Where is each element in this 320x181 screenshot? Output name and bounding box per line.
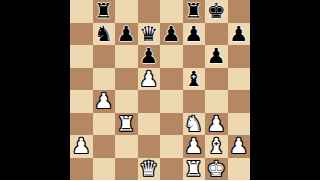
square-h8[interactable] — [228, 0, 251, 23]
square-a1[interactable] — [70, 158, 93, 181]
square-h7[interactable]: ♟ — [228, 23, 251, 46]
piece-black-rook: ♜ — [94, 0, 113, 23]
page-background: ♜♜♚♞♟♛♟♟♟♟♟♟♝♟♜♞♟♟♟♝♟♛♜♚ — [0, 0, 320, 180]
square-c8[interactable] — [115, 0, 138, 23]
square-h3[interactable] — [228, 113, 251, 136]
square-g4[interactable] — [205, 90, 228, 113]
piece-white-pawn: ♟ — [229, 135, 248, 158]
square-d5[interactable]: ♟ — [138, 68, 161, 91]
piece-white-pawn: ♟ — [184, 135, 203, 158]
square-a7[interactable] — [70, 23, 93, 46]
square-f6[interactable] — [183, 45, 206, 68]
square-b8[interactable]: ♜ — [93, 0, 116, 23]
square-d8[interactable] — [138, 0, 161, 23]
square-e8[interactable] — [160, 0, 183, 23]
square-a6[interactable] — [70, 45, 93, 68]
square-c2[interactable] — [115, 135, 138, 158]
square-d1[interactable]: ♛ — [138, 158, 161, 181]
piece-black-pawn: ♟ — [229, 23, 248, 46]
piece-white-knight: ♞ — [184, 113, 203, 136]
square-e2[interactable] — [160, 135, 183, 158]
piece-black-pawn: ♟ — [117, 23, 136, 46]
square-e1[interactable] — [160, 158, 183, 181]
square-c1[interactable] — [115, 158, 138, 181]
piece-black-king: ♚ — [207, 0, 226, 23]
square-d2[interactable] — [138, 135, 161, 158]
square-e4[interactable] — [160, 90, 183, 113]
square-e7[interactable]: ♟ — [160, 23, 183, 46]
square-a3[interactable] — [70, 113, 93, 136]
piece-white-pawn: ♟ — [207, 113, 226, 136]
piece-black-bishop: ♝ — [184, 68, 203, 91]
square-f3[interactable]: ♞ — [183, 113, 206, 136]
square-h1[interactable] — [228, 158, 251, 181]
square-c3[interactable]: ♜ — [115, 113, 138, 136]
square-d3[interactable] — [138, 113, 161, 136]
square-h2[interactable]: ♟ — [228, 135, 251, 158]
square-g5[interactable] — [205, 68, 228, 91]
square-d4[interactable] — [138, 90, 161, 113]
piece-black-pawn: ♟ — [184, 23, 203, 46]
square-b5[interactable] — [93, 68, 116, 91]
piece-black-pawn: ♟ — [139, 45, 158, 68]
square-a4[interactable] — [70, 90, 93, 113]
piece-white-rook: ♜ — [184, 158, 203, 181]
square-d7[interactable]: ♛ — [138, 23, 161, 46]
square-f1[interactable]: ♜ — [183, 158, 206, 181]
square-f4[interactable] — [183, 90, 206, 113]
piece-white-queen: ♛ — [139, 158, 158, 181]
square-b2[interactable] — [93, 135, 116, 158]
square-b7[interactable]: ♞ — [93, 23, 116, 46]
square-b3[interactable] — [93, 113, 116, 136]
square-g3[interactable]: ♟ — [205, 113, 228, 136]
square-c5[interactable] — [115, 68, 138, 91]
square-g7[interactable] — [205, 23, 228, 46]
square-f8[interactable]: ♜ — [183, 0, 206, 23]
square-d6[interactable]: ♟ — [138, 45, 161, 68]
piece-white-pawn: ♟ — [72, 135, 91, 158]
square-g6[interactable]: ♟ — [205, 45, 228, 68]
square-e6[interactable] — [160, 45, 183, 68]
square-f5[interactable]: ♝ — [183, 68, 206, 91]
square-e3[interactable] — [160, 113, 183, 136]
square-b6[interactable] — [93, 45, 116, 68]
square-h5[interactable] — [228, 68, 251, 91]
piece-black-knight: ♞ — [94, 23, 113, 46]
square-a8[interactable] — [70, 0, 93, 23]
piece-white-king: ♚ — [207, 158, 226, 181]
square-c6[interactable] — [115, 45, 138, 68]
square-b4[interactable]: ♟ — [93, 90, 116, 113]
chess-board: ♜♜♚♞♟♛♟♟♟♟♟♟♝♟♜♞♟♟♟♝♟♛♜♚ — [70, 0, 250, 180]
piece-black-pawn: ♟ — [162, 23, 181, 46]
square-a5[interactable] — [70, 68, 93, 91]
square-f2[interactable]: ♟ — [183, 135, 206, 158]
square-g1[interactable]: ♚ — [205, 158, 228, 181]
piece-white-pawn: ♟ — [139, 68, 158, 91]
piece-black-rook: ♜ — [184, 0, 203, 23]
piece-black-pawn: ♟ — [207, 45, 226, 68]
piece-black-queen: ♛ — [139, 23, 158, 46]
square-g8[interactable]: ♚ — [205, 0, 228, 23]
square-a2[interactable]: ♟ — [70, 135, 93, 158]
square-b1[interactable] — [93, 158, 116, 181]
square-g2[interactable]: ♝ — [205, 135, 228, 158]
square-c7[interactable]: ♟ — [115, 23, 138, 46]
square-e5[interactable] — [160, 68, 183, 91]
piece-white-bishop: ♝ — [207, 135, 226, 158]
square-h4[interactable] — [228, 90, 251, 113]
square-h6[interactable] — [228, 45, 251, 68]
piece-white-pawn: ♟ — [94, 90, 113, 113]
square-c4[interactable] — [115, 90, 138, 113]
square-f7[interactable]: ♟ — [183, 23, 206, 46]
piece-white-rook: ♜ — [117, 113, 136, 136]
